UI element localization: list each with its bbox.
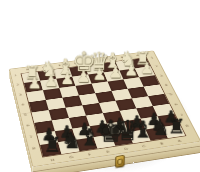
- chess-set-photo: HGFEDCBA HGFEDCBA 12345678 12345678 ♜♞♝♚…: [0, 0, 200, 172]
- chess-board: HGFEDCBA HGFEDCBA 12345678 12345678 ♜♞♝♚…: [9, 51, 200, 168]
- square[interactable]: ♜: [40, 142, 61, 156]
- piece-white-pawn[interactable]: ♟: [91, 67, 107, 82]
- piece-white-pawn[interactable]: ♟: [75, 69, 91, 84]
- piece-white-pawn[interactable]: ♟: [139, 61, 155, 76]
- square[interactable]: ♟: [40, 79, 59, 90]
- piece-black-knight[interactable]: ♞: [61, 130, 79, 153]
- scene: HGFEDCBA HGFEDCBA 12345678 12345678 ♜♞♝♚…: [0, 0, 200, 172]
- coordinate-label: 7: [27, 135, 36, 147]
- piece-white-pawn[interactable]: ♟: [107, 65, 123, 80]
- square[interactable]: [92, 82, 112, 94]
- piece-white-pawn[interactable]: ♟: [59, 71, 76, 87]
- square[interactable]: ♟: [24, 81, 43, 93]
- piece-white-pawn[interactable]: ♟: [26, 76, 43, 92]
- piece-white-pawn[interactable]: ♟: [43, 74, 60, 90]
- piece-white-pawn[interactable]: ♟: [123, 63, 139, 78]
- piece-black-rook[interactable]: ♜: [43, 135, 62, 156]
- piece-black-bishop[interactable]: ♝: [79, 126, 97, 150]
- coordinate-label: 8: [30, 146, 39, 159]
